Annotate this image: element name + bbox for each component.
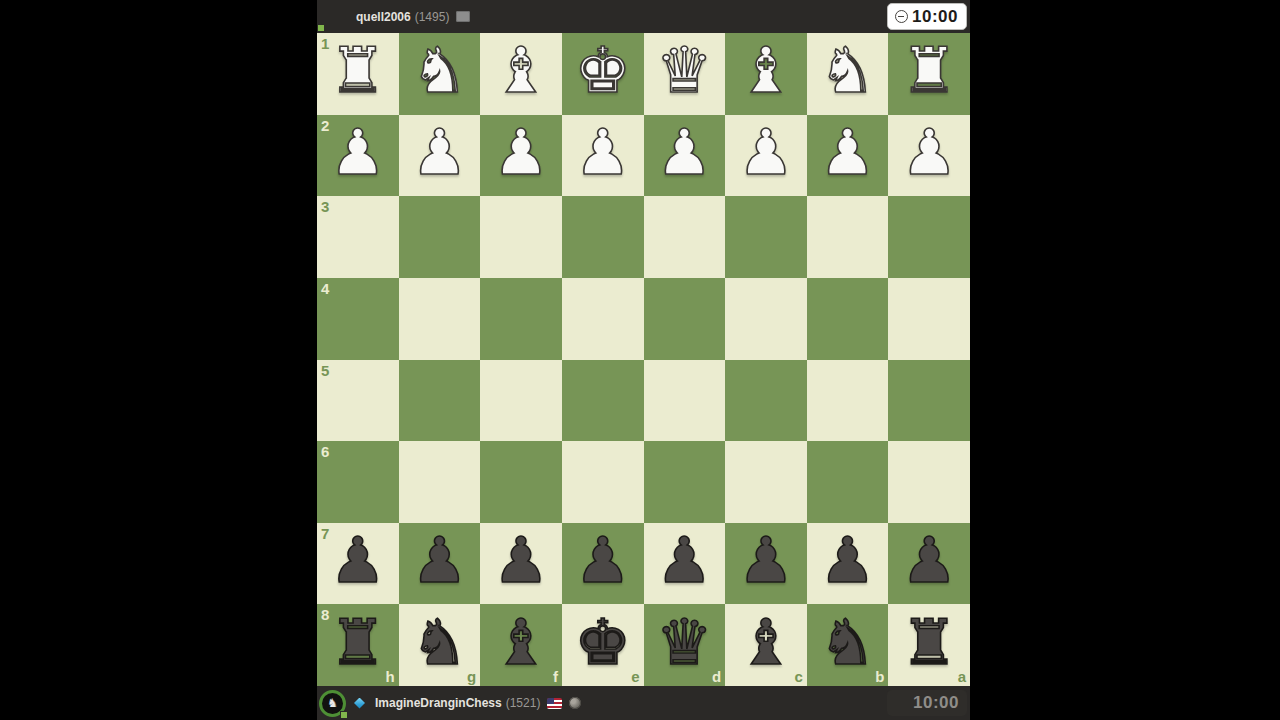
square-f4[interactable] — [480, 278, 562, 360]
rank-label-5: 5 — [321, 363, 329, 378]
rank-label-4: 4 — [321, 281, 329, 296]
square-g7[interactable]: ♟ — [399, 523, 481, 605]
square-d2[interactable]: ♟ — [644, 115, 726, 197]
white-knight[interactable]: ♞ — [399, 30, 481, 112]
game-column: quell2006 (1495) 10:00 1♜♞♝♚♛♝♞♜2♟♟♟♟♟♟♟… — [317, 0, 970, 720]
square-d8[interactable]: d♛ — [644, 604, 726, 686]
bottom-player-bar: ♞ ImagineDranginChess (1521) 10:00 — [317, 686, 970, 720]
clock-icon — [895, 10, 908, 23]
bottom-player-name[interactable]: ImagineDranginChess — [375, 696, 502, 710]
us-flag-icon — [547, 698, 562, 709]
square-h6[interactable]: 6 — [317, 441, 399, 523]
white-bishop[interactable]: ♝ — [725, 30, 807, 112]
square-e6[interactable] — [562, 441, 644, 523]
square-b7[interactable]: ♟ — [807, 523, 889, 605]
white-bishop[interactable]: ♝ — [480, 30, 562, 112]
square-b1[interactable]: ♞ — [807, 33, 889, 115]
square-a6[interactable] — [888, 441, 970, 523]
black-knight[interactable]: ♞ — [399, 601, 481, 683]
black-rook[interactable]: ♜ — [317, 601, 399, 683]
square-a1[interactable]: ♜ — [888, 33, 970, 115]
square-b6[interactable] — [807, 441, 889, 523]
white-queen[interactable]: ♛ — [644, 30, 726, 112]
bottom-clock-time: 10:00 — [913, 693, 959, 713]
square-h1[interactable]: 1♜ — [317, 33, 399, 115]
top-player-avatar[interactable] — [319, 3, 346, 30]
bottom-player-rating: (1521) — [506, 696, 541, 710]
square-g1[interactable]: ♞ — [399, 33, 481, 115]
white-pawn[interactable]: ♟ — [644, 112, 726, 194]
white-pawn[interactable]: ♟ — [480, 112, 562, 194]
square-e1[interactable]: ♚ — [562, 33, 644, 115]
square-d6[interactable] — [644, 441, 726, 523]
square-f2[interactable]: ♟ — [480, 115, 562, 197]
square-h2[interactable]: 2♟ — [317, 115, 399, 197]
white-king[interactable]: ♚ — [562, 30, 644, 112]
square-e3[interactable] — [562, 196, 644, 278]
square-b3[interactable] — [807, 196, 889, 278]
bottom-player-clock: 10:00 — [887, 690, 967, 716]
square-g4[interactable] — [399, 278, 481, 360]
black-king[interactable]: ♚ — [562, 601, 644, 683]
square-b2[interactable]: ♟ — [807, 115, 889, 197]
square-b5[interactable] — [807, 360, 889, 442]
top-player-clock: 10:00 — [887, 3, 967, 30]
square-h5[interactable]: 5 — [317, 360, 399, 442]
square-e4[interactable] — [562, 278, 644, 360]
online-indicator — [340, 711, 348, 719]
white-pawn[interactable]: ♟ — [888, 112, 970, 194]
top-player-rating: (1495) — [415, 10, 450, 24]
square-c4[interactable] — [725, 278, 807, 360]
black-pawn[interactable]: ♟ — [399, 520, 481, 602]
square-a5[interactable] — [888, 360, 970, 442]
square-c8[interactable]: c♝ — [725, 604, 807, 686]
gray-flag-icon — [456, 11, 470, 22]
white-rook[interactable]: ♜ — [888, 30, 970, 112]
white-pawn[interactable]: ♟ — [807, 112, 889, 194]
square-c7[interactable]: ♟ — [725, 523, 807, 605]
square-e8[interactable]: e♚ — [562, 604, 644, 686]
square-c1[interactable]: ♝ — [725, 33, 807, 115]
black-pawn[interactable]: ♟ — [807, 520, 889, 602]
black-queen[interactable]: ♛ — [644, 601, 726, 683]
square-f1[interactable]: ♝ — [480, 33, 562, 115]
square-h4[interactable]: 4 — [317, 278, 399, 360]
square-f3[interactable] — [480, 196, 562, 278]
page: quell2006 (1495) 10:00 1♜♞♝♚♛♝♞♜2♟♟♟♟♟♟♟… — [0, 0, 1280, 720]
square-a3[interactable] — [888, 196, 970, 278]
square-c3[interactable] — [725, 196, 807, 278]
top-player-name[interactable]: quell2006 — [356, 10, 411, 24]
square-a2[interactable]: ♟ — [888, 115, 970, 197]
black-bishop[interactable]: ♝ — [725, 601, 807, 683]
black-pawn[interactable]: ♟ — [562, 520, 644, 602]
chess-board[interactable]: 1♜♞♝♚♛♝♞♜2♟♟♟♟♟♟♟♟34567♟♟♟♟♟♟♟♟8h♜g♞f♝e♚… — [317, 33, 970, 686]
square-a4[interactable] — [888, 278, 970, 360]
square-f5[interactable] — [480, 360, 562, 442]
square-e5[interactable] — [562, 360, 644, 442]
square-d3[interactable] — [644, 196, 726, 278]
globe-icon — [569, 697, 581, 709]
black-pawn[interactable]: ♟ — [725, 520, 807, 602]
square-h8[interactable]: 8h♜ — [317, 604, 399, 686]
square-d7[interactable]: ♟ — [644, 523, 726, 605]
black-pawn[interactable]: ♟ — [888, 520, 970, 602]
black-pawn[interactable]: ♟ — [480, 520, 562, 602]
square-b8[interactable]: b♞ — [807, 604, 889, 686]
square-c6[interactable] — [725, 441, 807, 523]
square-g8[interactable]: g♞ — [399, 604, 481, 686]
white-rook[interactable]: ♜ — [317, 30, 399, 112]
white-knight[interactable]: ♞ — [807, 30, 889, 112]
white-pawn[interactable]: ♟ — [562, 112, 644, 194]
bottom-player-avatar[interactable]: ♞ — [319, 690, 346, 717]
square-c2[interactable]: ♟ — [725, 115, 807, 197]
diamond-membership-icon — [354, 698, 365, 709]
square-d5[interactable] — [644, 360, 726, 442]
square-h7[interactable]: 7♟ — [317, 523, 399, 605]
white-pawn[interactable]: ♟ — [725, 112, 807, 194]
black-pawn[interactable]: ♟ — [644, 520, 726, 602]
square-d1[interactable]: ♛ — [644, 33, 726, 115]
rank-label-3: 3 — [321, 199, 329, 214]
black-rook[interactable]: ♜ — [888, 601, 970, 683]
black-bishop[interactable]: ♝ — [480, 601, 562, 683]
square-g5[interactable] — [399, 360, 481, 442]
black-knight[interactable]: ♞ — [807, 601, 889, 683]
top-clock-time: 10:00 — [912, 7, 958, 27]
square-c5[interactable] — [725, 360, 807, 442]
rank-label-6: 6 — [321, 444, 329, 459]
black-pawn[interactable]: ♟ — [317, 520, 399, 602]
square-f7[interactable]: ♟ — [480, 523, 562, 605]
white-pawn[interactable]: ♟ — [317, 112, 399, 194]
top-player-bar: quell2006 (1495) 10:00 — [317, 0, 970, 33]
square-e7[interactable]: ♟ — [562, 523, 644, 605]
square-a7[interactable]: ♟ — [888, 523, 970, 605]
square-d4[interactable] — [644, 278, 726, 360]
square-g6[interactable] — [399, 441, 481, 523]
square-f6[interactable] — [480, 441, 562, 523]
square-f8[interactable]: f♝ — [480, 604, 562, 686]
square-h3[interactable]: 3 — [317, 196, 399, 278]
square-a8[interactable]: a♜ — [888, 604, 970, 686]
square-b4[interactable] — [807, 278, 889, 360]
square-g3[interactable] — [399, 196, 481, 278]
white-pawn[interactable]: ♟ — [399, 112, 481, 194]
square-g2[interactable]: ♟ — [399, 115, 481, 197]
square-e2[interactable]: ♟ — [562, 115, 644, 197]
